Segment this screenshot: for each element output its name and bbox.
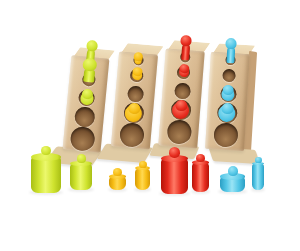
loose-cylinder-blue-squat: [220, 176, 245, 192]
loose-cylinder-yellow-small: [135, 168, 150, 190]
cylinder-knob: [255, 157, 262, 164]
cylinder-knob: [139, 161, 147, 169]
cylinder-body: [252, 163, 264, 190]
cylinder-knob: [77, 154, 86, 163]
loose-cylinder-blue-thin: [252, 163, 264, 190]
cylinder-body: [31, 156, 61, 193]
cylinder-body: [161, 158, 188, 194]
loose-cylinder-chartreuse-large: [31, 156, 61, 193]
cylinder-knob: [228, 166, 238, 176]
cylinder-body: [135, 168, 150, 190]
loose-cylinder-red-tall: [192, 162, 209, 192]
loose-cylinder-yellow-squat: [109, 176, 126, 190]
cylinder-knob: [113, 168, 122, 177]
cylinder-knob: [196, 154, 205, 163]
cylinder-body: [70, 163, 92, 190]
cylinder-knob: [169, 147, 180, 157]
loose-cylinder-chartreuse-medium: [70, 163, 92, 190]
loose-cylinder-red-large: [161, 158, 188, 194]
cylinder-body: [192, 162, 209, 192]
loose-cylinders-row: [0, 0, 300, 251]
product-photo-scene: [0, 0, 300, 251]
cylinder-knob: [41, 146, 51, 156]
